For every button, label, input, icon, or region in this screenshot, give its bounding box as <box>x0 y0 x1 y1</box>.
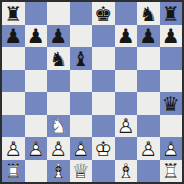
square-g8[interactable]: ♞ <box>137 2 160 25</box>
square-d2[interactable]: ♟♙ <box>70 137 93 160</box>
pawn-outline-glyph: ♙ <box>25 137 48 160</box>
square-e6[interactable] <box>92 47 115 70</box>
square-f5[interactable] <box>115 70 138 93</box>
square-c7[interactable]: ♟ <box>47 25 70 48</box>
bishop-glyph: ♝ <box>70 47 93 70</box>
square-f3[interactable]: ♟♙ <box>115 115 138 138</box>
piece-white-pawn[interactable]: ♟♙ <box>2 137 25 160</box>
rook-glyph: ♜ <box>160 2 183 25</box>
piece-black-pawn[interactable]: ♟ <box>2 25 25 48</box>
square-d7[interactable] <box>70 25 93 48</box>
square-a8[interactable]: ♜ <box>2 2 25 25</box>
piece-white-king[interactable]: ♚♔ <box>92 137 115 160</box>
square-f2[interactable] <box>115 137 138 160</box>
square-h7[interactable]: ♟ <box>160 25 183 48</box>
king-glyph: ♚ <box>92 2 115 25</box>
pawn-outline-glyph: ♙ <box>137 137 160 160</box>
square-a6[interactable] <box>2 47 25 70</box>
square-h6[interactable] <box>160 47 183 70</box>
square-a3[interactable] <box>2 115 25 138</box>
pawn-glyph: ♟ <box>2 25 25 48</box>
square-e5[interactable] <box>92 70 115 93</box>
square-c8[interactable] <box>47 2 70 25</box>
square-h1[interactable]: ♜♖ <box>160 160 183 183</box>
square-g6[interactable] <box>137 47 160 70</box>
piece-white-knight[interactable]: ♞♘ <box>47 115 70 138</box>
square-f6[interactable] <box>115 47 138 70</box>
chess-board: ♜♚♞♜♟♟♟♟♟♟♞♝♛♞♘♟♙♟♙♟♙♟♙♟♙♚♔♟♙♟♙♜♖♝♗♛♕♝♗♜… <box>2 2 182 182</box>
rook-outline-glyph: ♖ <box>2 160 25 183</box>
square-e2[interactable]: ♚♔ <box>92 137 115 160</box>
square-f8[interactable] <box>115 2 138 25</box>
square-b3[interactable] <box>25 115 48 138</box>
piece-white-pawn[interactable]: ♟♙ <box>160 137 183 160</box>
pawn-outline-glyph: ♙ <box>70 137 93 160</box>
square-e3[interactable] <box>92 115 115 138</box>
square-a1[interactable]: ♜♖ <box>2 160 25 183</box>
pawn-outline-glyph: ♙ <box>2 137 25 160</box>
square-b1[interactable] <box>25 160 48 183</box>
square-b7[interactable]: ♟ <box>25 25 48 48</box>
pawn-outline-glyph: ♙ <box>47 137 70 160</box>
rook-outline-glyph: ♖ <box>160 160 183 183</box>
pawn-outline-glyph: ♙ <box>115 115 138 138</box>
piece-black-rook[interactable]: ♜ <box>2 2 25 25</box>
piece-white-bishop[interactable]: ♝♗ <box>47 160 70 183</box>
square-b2[interactable]: ♟♙ <box>25 137 48 160</box>
pawn-glyph: ♟ <box>115 25 138 48</box>
square-b8[interactable] <box>25 2 48 25</box>
chess-board-frame: ♜♚♞♜♟♟♟♟♟♟♞♝♛♞♘♟♙♟♙♟♙♟♙♟♙♚♔♟♙♟♙♜♖♝♗♛♕♝♗♜… <box>0 0 184 184</box>
square-h4[interactable]: ♛ <box>160 92 183 115</box>
square-f1[interactable]: ♝♗ <box>115 160 138 183</box>
piece-black-pawn[interactable]: ♟ <box>25 25 48 48</box>
square-d3[interactable] <box>70 115 93 138</box>
bishop-outline-glyph: ♗ <box>47 160 70 183</box>
square-g3[interactable] <box>137 115 160 138</box>
square-g1[interactable] <box>137 160 160 183</box>
pawn-glyph: ♟ <box>137 25 160 48</box>
piece-black-pawn[interactable]: ♟ <box>47 25 70 48</box>
piece-white-bishop[interactable]: ♝♗ <box>115 160 138 183</box>
square-d4[interactable] <box>70 92 93 115</box>
piece-white-pawn[interactable]: ♟♙ <box>25 137 48 160</box>
pawn-glyph: ♟ <box>160 25 183 48</box>
square-d8[interactable] <box>70 2 93 25</box>
square-f4[interactable] <box>115 92 138 115</box>
square-h5[interactable] <box>160 70 183 93</box>
piece-black-knight[interactable]: ♞ <box>47 47 70 70</box>
square-e1[interactable] <box>92 160 115 183</box>
rook-glyph: ♜ <box>2 2 25 25</box>
pawn-outline-glyph: ♙ <box>160 137 183 160</box>
pawn-glyph: ♟ <box>25 25 48 48</box>
piece-black-queen[interactable]: ♛ <box>160 92 183 115</box>
square-a7[interactable]: ♟ <box>2 25 25 48</box>
square-b5[interactable] <box>25 70 48 93</box>
knight-glyph: ♞ <box>137 2 160 25</box>
queen-outline-glyph: ♕ <box>70 160 93 183</box>
knight-glyph: ♞ <box>47 47 70 70</box>
square-e4[interactable] <box>92 92 115 115</box>
square-c6[interactable]: ♞ <box>47 47 70 70</box>
piece-black-pawn[interactable]: ♟ <box>137 25 160 48</box>
pawn-glyph: ♟ <box>47 25 70 48</box>
square-g5[interactable] <box>137 70 160 93</box>
square-c1[interactable]: ♝♗ <box>47 160 70 183</box>
square-a2[interactable]: ♟♙ <box>2 137 25 160</box>
piece-black-king[interactable]: ♚ <box>92 2 115 25</box>
square-e8[interactable]: ♚ <box>92 2 115 25</box>
knight-outline-glyph: ♘ <box>47 115 70 138</box>
square-a4[interactable] <box>2 92 25 115</box>
square-g2[interactable]: ♟♙ <box>137 137 160 160</box>
square-h3[interactable] <box>160 115 183 138</box>
piece-black-pawn[interactable]: ♟ <box>115 25 138 48</box>
square-a5[interactable] <box>2 70 25 93</box>
square-e7[interactable] <box>92 25 115 48</box>
piece-black-rook[interactable]: ♜ <box>160 2 183 25</box>
square-d5[interactable] <box>70 70 93 93</box>
square-b4[interactable] <box>25 92 48 115</box>
square-g4[interactable] <box>137 92 160 115</box>
square-c5[interactable] <box>47 70 70 93</box>
square-c4[interactable] <box>47 92 70 115</box>
piece-white-pawn[interactable]: ♟♙ <box>70 137 93 160</box>
piece-white-pawn[interactable]: ♟♙ <box>115 115 138 138</box>
square-d6[interactable]: ♝ <box>70 47 93 70</box>
piece-white-rook[interactable]: ♜♖ <box>160 160 183 183</box>
piece-white-rook[interactable]: ♜♖ <box>2 160 25 183</box>
piece-black-knight[interactable]: ♞ <box>137 2 160 25</box>
piece-black-pawn[interactable]: ♟ <box>160 25 183 48</box>
square-h8[interactable]: ♜ <box>160 2 183 25</box>
square-c3[interactable]: ♞♘ <box>47 115 70 138</box>
square-f7[interactable]: ♟ <box>115 25 138 48</box>
square-c2[interactable]: ♟♙ <box>47 137 70 160</box>
square-d1[interactable]: ♛♕ <box>70 160 93 183</box>
piece-white-queen[interactable]: ♛♕ <box>70 160 93 183</box>
square-h2[interactable]: ♟♙ <box>160 137 183 160</box>
queen-glyph: ♛ <box>160 92 183 115</box>
piece-white-pawn[interactable]: ♟♙ <box>137 137 160 160</box>
bishop-outline-glyph: ♗ <box>115 160 138 183</box>
square-g7[interactable]: ♟ <box>137 25 160 48</box>
piece-black-bishop[interactable]: ♝ <box>70 47 93 70</box>
square-b6[interactable] <box>25 47 48 70</box>
piece-white-pawn[interactable]: ♟♙ <box>47 137 70 160</box>
king-outline-glyph: ♔ <box>92 137 115 160</box>
